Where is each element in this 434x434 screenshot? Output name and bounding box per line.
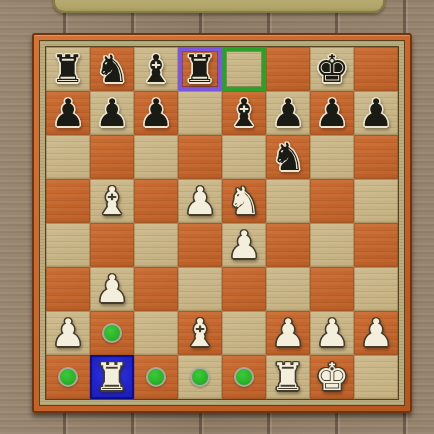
piece-white-knight: ♞ xyxy=(227,179,261,223)
square-b2[interactable] xyxy=(90,311,134,355)
square-g1[interactable]: ♚ xyxy=(310,355,354,399)
square-a5[interactable] xyxy=(46,179,90,223)
top-banner[interactable] xyxy=(53,0,385,13)
piece-white-pawn: ♟ xyxy=(95,267,129,311)
piece-black-pawn: ♟ xyxy=(359,91,393,135)
square-c4[interactable] xyxy=(134,223,178,267)
piece-white-bishop: ♝ xyxy=(183,311,217,355)
square-c1[interactable] xyxy=(134,355,178,399)
square-d1[interactable] xyxy=(178,355,222,399)
square-b1[interactable]: ♜ xyxy=(90,355,134,399)
square-h6[interactable] xyxy=(354,135,398,179)
chess-board: ♜♞♝♜♚♟♟♟♝♟♟♟♞♝♟♞♟♟♟♝♟♟♟♜♜♚ xyxy=(45,46,399,400)
piece-black-bishop: ♝ xyxy=(227,91,261,135)
square-d8[interactable]: ♜ xyxy=(178,47,222,91)
legal-move-dot xyxy=(102,323,122,343)
square-d2[interactable]: ♝ xyxy=(178,311,222,355)
square-f5[interactable] xyxy=(266,179,310,223)
square-b5[interactable]: ♝ xyxy=(90,179,134,223)
piece-black-rook: ♜ xyxy=(51,47,85,91)
square-a8[interactable]: ♜ xyxy=(46,47,90,91)
piece-black-pawn: ♟ xyxy=(51,91,85,135)
square-a6[interactable] xyxy=(46,135,90,179)
square-f2[interactable]: ♟ xyxy=(266,311,310,355)
square-f8[interactable] xyxy=(266,47,310,91)
square-e3[interactable] xyxy=(222,267,266,311)
chess-board-frame: ♜♞♝♜♚♟♟♟♝♟♟♟♞♝♟♞♟♟♟♝♟♟♟♜♜♚ xyxy=(32,33,412,413)
square-c6[interactable] xyxy=(134,135,178,179)
square-a1[interactable] xyxy=(46,355,90,399)
legal-move-dot xyxy=(146,367,166,387)
piece-white-pawn: ♟ xyxy=(315,311,349,355)
square-e6[interactable] xyxy=(222,135,266,179)
legal-move-dot xyxy=(58,367,78,387)
square-a4[interactable] xyxy=(46,223,90,267)
piece-white-pawn: ♟ xyxy=(271,311,305,355)
square-c2[interactable] xyxy=(134,311,178,355)
piece-white-king: ♚ xyxy=(315,355,349,399)
piece-white-rook: ♜ xyxy=(95,355,129,399)
square-h2[interactable]: ♟ xyxy=(354,311,398,355)
piece-white-rook: ♜ xyxy=(271,355,305,399)
square-g6[interactable] xyxy=(310,135,354,179)
piece-black-rook: ♜ xyxy=(183,47,217,91)
square-h4[interactable] xyxy=(354,223,398,267)
piece-white-pawn: ♟ xyxy=(227,223,261,267)
piece-black-knight: ♞ xyxy=(95,47,129,91)
square-g8[interactable]: ♚ xyxy=(310,47,354,91)
square-d3[interactable] xyxy=(178,267,222,311)
square-g4[interactable] xyxy=(310,223,354,267)
board-inner-trim: ♜♞♝♜♚♟♟♟♝♟♟♟♞♝♟♞♟♟♟♝♟♟♟♜♜♚ xyxy=(39,40,405,406)
square-d4[interactable] xyxy=(178,223,222,267)
square-g2[interactable]: ♟ xyxy=(310,311,354,355)
piece-black-bishop: ♝ xyxy=(139,47,173,91)
square-e2[interactable] xyxy=(222,311,266,355)
piece-black-pawn: ♟ xyxy=(95,91,129,135)
legal-move-dot xyxy=(190,367,210,387)
square-b4[interactable] xyxy=(90,223,134,267)
square-e4[interactable]: ♟ xyxy=(222,223,266,267)
piece-white-pawn: ♟ xyxy=(359,311,393,355)
square-b3[interactable]: ♟ xyxy=(90,267,134,311)
piece-white-bishop: ♝ xyxy=(95,179,129,223)
square-f4[interactable] xyxy=(266,223,310,267)
piece-black-pawn: ♟ xyxy=(315,91,349,135)
square-b8[interactable]: ♞ xyxy=(90,47,134,91)
square-g7[interactable]: ♟ xyxy=(310,91,354,135)
square-e5[interactable]: ♞ xyxy=(222,179,266,223)
legal-move-dot xyxy=(234,367,254,387)
square-e1[interactable] xyxy=(222,355,266,399)
square-e8[interactable] xyxy=(222,47,266,91)
square-h8[interactable] xyxy=(354,47,398,91)
square-d6[interactable] xyxy=(178,135,222,179)
square-g5[interactable] xyxy=(310,179,354,223)
square-d7[interactable] xyxy=(178,91,222,135)
square-c5[interactable] xyxy=(134,179,178,223)
piece-black-pawn: ♟ xyxy=(271,91,305,135)
square-b6[interactable] xyxy=(90,135,134,179)
piece-black-knight: ♞ xyxy=(271,135,305,179)
piece-black-king: ♚ xyxy=(315,47,349,91)
square-b7[interactable]: ♟ xyxy=(90,91,134,135)
piece-white-pawn: ♟ xyxy=(183,179,217,223)
square-h1[interactable] xyxy=(354,355,398,399)
square-e7[interactable]: ♝ xyxy=(222,91,266,135)
app-background: ♜♞♝♜♚♟♟♟♝♟♟♟♞♝♟♞♟♟♟♝♟♟♟♜♜♚ xyxy=(0,0,434,434)
square-f1[interactable]: ♜ xyxy=(266,355,310,399)
square-f7[interactable]: ♟ xyxy=(266,91,310,135)
square-c8[interactable]: ♝ xyxy=(134,47,178,91)
square-h5[interactable] xyxy=(354,179,398,223)
square-g3[interactable] xyxy=(310,267,354,311)
square-c3[interactable] xyxy=(134,267,178,311)
piece-white-pawn: ♟ xyxy=(51,311,85,355)
square-d5[interactable]: ♟ xyxy=(178,179,222,223)
square-f3[interactable] xyxy=(266,267,310,311)
piece-black-pawn: ♟ xyxy=(139,91,173,135)
square-h3[interactable] xyxy=(354,267,398,311)
square-f6[interactable]: ♞ xyxy=(266,135,310,179)
square-c7[interactable]: ♟ xyxy=(134,91,178,135)
square-a2[interactable]: ♟ xyxy=(46,311,90,355)
square-a3[interactable] xyxy=(46,267,90,311)
square-h7[interactable]: ♟ xyxy=(354,91,398,135)
square-a7[interactable]: ♟ xyxy=(46,91,90,135)
